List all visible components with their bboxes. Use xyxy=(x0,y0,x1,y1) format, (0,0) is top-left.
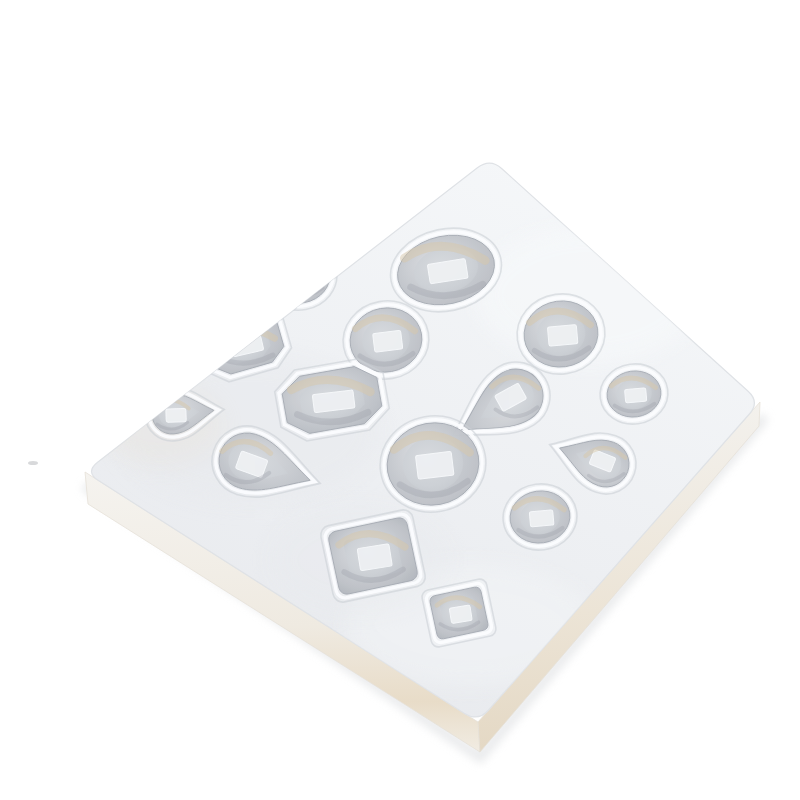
gem-table-facet xyxy=(354,208,379,224)
gem-table-facet xyxy=(529,510,554,527)
gem-pavilion xyxy=(278,257,323,298)
cavity-wall xyxy=(331,187,399,242)
background-speck xyxy=(28,461,38,465)
gem-table-facet xyxy=(547,325,577,347)
cavity-warm-reflection xyxy=(275,259,325,270)
product-photo xyxy=(0,0,800,800)
gem-table-facet xyxy=(625,388,647,403)
gem-pavilion xyxy=(342,197,387,233)
cavity-inner-shadow xyxy=(343,224,387,231)
surface-nick xyxy=(352,160,364,169)
gem-table-facet xyxy=(357,544,392,571)
gem-table-facet xyxy=(415,451,454,479)
gem-table-facet xyxy=(166,408,186,422)
gem-table-facet xyxy=(373,330,403,352)
gem-table-facet xyxy=(449,605,472,623)
silicone-mold-photo xyxy=(0,0,800,800)
gem-table-facet xyxy=(289,269,314,287)
cavity-warm-reflection xyxy=(340,200,390,209)
cavity-warm-reflection xyxy=(214,328,275,338)
